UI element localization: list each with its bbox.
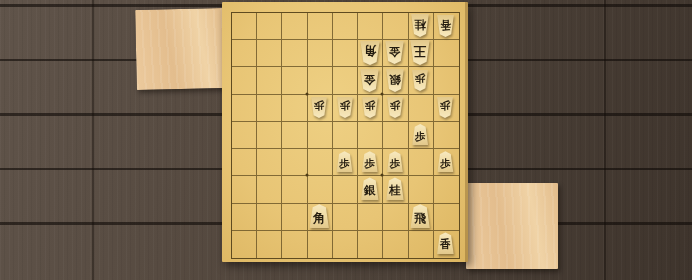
piece-kanji: 歩	[415, 73, 426, 84]
piece-face: 王	[409, 40, 431, 65]
piece-kanji: 歩	[339, 101, 350, 112]
piece-kanji: 香	[440, 239, 451, 250]
piece-kanji: 歩	[440, 101, 451, 112]
piece-face: 香	[436, 15, 455, 37]
piece-kanji: 銀	[389, 73, 401, 85]
piece-face: 金	[359, 69, 380, 92]
piece-face: 銀	[385, 69, 405, 92]
piece-face: 歩	[436, 151, 454, 172]
piece-kanji: 歩	[390, 158, 401, 169]
piece-gote-pawn[interactable]: 歩	[411, 70, 429, 91]
piece-gote-pawn[interactable]: 歩	[310, 97, 328, 118]
piece-kanji: 歩	[440, 158, 451, 169]
piece-kanji: 桂	[389, 185, 401, 197]
piece-gote-lance[interactable]: 香	[436, 15, 455, 37]
piece-kanji: 歩	[364, 158, 375, 169]
piece-gote-bishop[interactable]: 角	[359, 41, 381, 65]
table-background: 香桂角金王金銀歩歩歩歩歩歩歩歩歩歩歩銀桂角飛香	[0, 0, 692, 280]
piece-face: 銀	[360, 177, 380, 200]
piece-gote-pawn[interactable]: 歩	[361, 97, 379, 118]
piece-sente-pawn[interactable]: 歩	[336, 151, 354, 172]
piece-sente-knight[interactable]: 桂	[385, 177, 405, 200]
piece-kanji: 金	[389, 46, 401, 58]
piece-face: 歩	[436, 97, 454, 118]
piece-face: 歩	[361, 97, 379, 118]
piece-gote-pawn[interactable]: 歩	[436, 97, 454, 118]
piece-kanji: 歩	[390, 101, 401, 112]
piece-kanji: 歩	[339, 158, 350, 169]
piece-face: 金	[384, 41, 405, 64]
piece-face: 歩	[386, 97, 404, 118]
piece-kanji: 銀	[364, 185, 376, 197]
piece-kanji: 角	[364, 45, 376, 57]
piece-face: 歩	[411, 124, 429, 145]
piece-face: 飛	[409, 204, 431, 228]
piece-kanji: 金	[364, 73, 376, 85]
piece-face: 桂	[385, 177, 405, 200]
piece-kanji: 歩	[364, 101, 375, 112]
piece-sente-bishop[interactable]: 角	[308, 204, 330, 228]
piece-face: 桂	[410, 14, 430, 37]
piece-face: 歩	[411, 70, 429, 91]
piece-face: 角	[308, 204, 330, 228]
piece-gote-gold[interactable]: 金	[359, 69, 380, 92]
piece-kanji: 飛	[414, 212, 426, 224]
piece-kanji: 香	[440, 19, 451, 30]
piece-face: 香	[436, 232, 455, 254]
piece-sente-pawn[interactable]: 歩	[436, 151, 454, 172]
piece-gote-pawn[interactable]: 歩	[386, 97, 404, 118]
piece-kanji: 桂	[414, 18, 426, 30]
piece-gote-silver[interactable]: 銀	[385, 69, 405, 92]
komadai-gote	[135, 8, 225, 90]
piece-sente-silver[interactable]: 銀	[360, 177, 380, 200]
piece-face: 歩	[361, 151, 379, 172]
piece-face: 歩	[336, 97, 354, 118]
piece-gote-king[interactable]: 王	[409, 40, 431, 65]
shogi-board: 香桂角金王金銀歩歩歩歩歩歩歩歩歩歩歩銀桂角飛香	[222, 2, 468, 262]
komadai-sente	[466, 183, 558, 269]
piece-kanji: 歩	[415, 131, 426, 142]
piece-gote-knight[interactable]: 桂	[410, 14, 430, 37]
piece-kanji: 歩	[314, 101, 325, 112]
piece-sente-pawn[interactable]: 歩	[411, 124, 429, 145]
piece-face: 角	[359, 41, 381, 65]
piece-face: 歩	[386, 151, 404, 172]
piece-kanji: 角	[313, 212, 325, 224]
piece-kanji: 王	[414, 45, 427, 58]
pieces-layer: 香桂角金王金銀歩歩歩歩歩歩歩歩歩歩歩銀桂角飛香	[222, 2, 468, 262]
piece-face: 歩	[336, 151, 354, 172]
piece-gote-gold[interactable]: 金	[384, 41, 405, 64]
piece-gote-pawn[interactable]: 歩	[336, 97, 354, 118]
piece-sente-lance[interactable]: 香	[436, 232, 455, 254]
piece-sente-pawn[interactable]: 歩	[361, 151, 379, 172]
piece-sente-pawn[interactable]: 歩	[386, 151, 404, 172]
piece-sente-rook[interactable]: 飛	[409, 204, 431, 228]
piece-face: 歩	[310, 97, 328, 118]
